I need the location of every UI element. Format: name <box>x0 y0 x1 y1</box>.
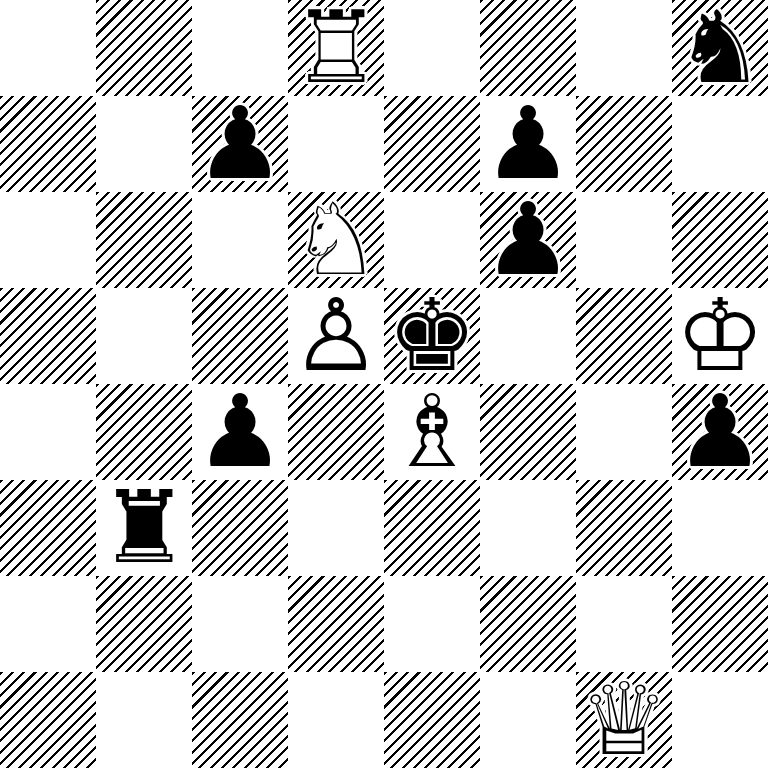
square-c2[interactable] <box>192 576 288 672</box>
square-f8[interactable] <box>480 0 576 96</box>
square-f2[interactable] <box>480 576 576 672</box>
square-h7[interactable] <box>672 96 768 192</box>
square-c3[interactable] <box>192 480 288 576</box>
square-g4[interactable] <box>576 384 672 480</box>
square-g3[interactable] <box>576 480 672 576</box>
square-g6[interactable] <box>576 192 672 288</box>
piece-black-pawn-c4[interactable]: ♟♟ <box>192 384 288 480</box>
square-h4[interactable]: ♟♟ <box>672 384 768 480</box>
piece-white-queen-g1[interactable]: ♛♕ <box>576 672 672 768</box>
square-e3[interactable] <box>384 480 480 576</box>
square-a5[interactable] <box>0 288 96 384</box>
piece-black-pawn-h4[interactable]: ♟♟ <box>672 384 768 480</box>
black-rook-glyph: ♜ <box>96 480 192 576</box>
square-a4[interactable] <box>0 384 96 480</box>
square-d4[interactable] <box>288 384 384 480</box>
square-a6[interactable] <box>0 192 96 288</box>
black-pawn-glyph: ♟ <box>480 96 576 192</box>
black-pawn-glyph: ♟ <box>672 384 768 480</box>
square-c8[interactable] <box>192 0 288 96</box>
square-g5[interactable] <box>576 288 672 384</box>
square-d8[interactable]: ♜♖ <box>288 0 384 96</box>
square-e2[interactable] <box>384 576 480 672</box>
piece-black-pawn-f6[interactable]: ♟♟ <box>480 192 576 288</box>
square-d3[interactable] <box>288 480 384 576</box>
square-e7[interactable] <box>384 96 480 192</box>
square-b1[interactable] <box>96 672 192 768</box>
square-h2[interactable] <box>672 576 768 672</box>
square-c7[interactable]: ♟♟ <box>192 96 288 192</box>
square-g7[interactable] <box>576 96 672 192</box>
square-b3[interactable]: ♜♜ <box>96 480 192 576</box>
square-f1[interactable] <box>480 672 576 768</box>
square-e8[interactable] <box>384 0 480 96</box>
square-b8[interactable] <box>96 0 192 96</box>
piece-white-rook-d8[interactable]: ♜♖ <box>288 0 384 96</box>
square-h5[interactable]: ♚♔ <box>672 288 768 384</box>
square-f4[interactable] <box>480 384 576 480</box>
white-king-glyph: ♔ <box>672 288 768 384</box>
square-f6[interactable]: ♟♟ <box>480 192 576 288</box>
white-queen-glyph: ♕ <box>576 672 672 768</box>
square-d5[interactable]: ♟♙ <box>288 288 384 384</box>
piece-black-pawn-c7[interactable]: ♟♟ <box>192 96 288 192</box>
square-g8[interactable] <box>576 0 672 96</box>
square-f5[interactable] <box>480 288 576 384</box>
square-g1[interactable]: ♛♕ <box>576 672 672 768</box>
piece-white-knight-d6[interactable]: ♞♘ <box>288 192 384 288</box>
white-pawn-glyph: ♙ <box>288 288 384 384</box>
square-h1[interactable] <box>672 672 768 768</box>
piece-white-pawn-d5[interactable]: ♟♙ <box>288 288 384 384</box>
square-d2[interactable] <box>288 576 384 672</box>
square-a1[interactable] <box>0 672 96 768</box>
square-b5[interactable] <box>96 288 192 384</box>
square-c4[interactable]: ♟♟ <box>192 384 288 480</box>
white-bishop-glyph: ♗ <box>384 384 480 480</box>
black-knight-glyph: ♞ <box>672 0 768 96</box>
piece-black-pawn-f7[interactable]: ♟♟ <box>480 96 576 192</box>
piece-black-knight-h8[interactable]: ♞♞ <box>672 0 768 96</box>
square-f7[interactable]: ♟♟ <box>480 96 576 192</box>
square-h6[interactable] <box>672 192 768 288</box>
piece-white-bishop-e4[interactable]: ♝♗ <box>384 384 480 480</box>
square-c6[interactable] <box>192 192 288 288</box>
square-h8[interactable]: ♞♞ <box>672 0 768 96</box>
square-h3[interactable] <box>672 480 768 576</box>
black-pawn-glyph: ♟ <box>192 96 288 192</box>
square-b7[interactable] <box>96 96 192 192</box>
square-a7[interactable] <box>0 96 96 192</box>
square-d1[interactable] <box>288 672 384 768</box>
square-a2[interactable] <box>0 576 96 672</box>
square-b2[interactable] <box>96 576 192 672</box>
white-rook-glyph: ♖ <box>288 0 384 96</box>
square-g2[interactable] <box>576 576 672 672</box>
piece-white-king-h5[interactable]: ♚♔ <box>672 288 768 384</box>
white-knight-glyph: ♘ <box>288 192 384 288</box>
square-e5[interactable]: ♚♚ <box>384 288 480 384</box>
square-f3[interactable] <box>480 480 576 576</box>
piece-black-rook-b3[interactable]: ♜♜ <box>96 480 192 576</box>
chess-board: ♜♖♞♞♟♟♟♟♞♘♟♟♟♙♚♚♚♔♟♟♝♗♟♟♜♜♛♕ <box>0 0 768 768</box>
square-c5[interactable] <box>192 288 288 384</box>
piece-black-king-e5[interactable]: ♚♚ <box>384 288 480 384</box>
square-e6[interactable] <box>384 192 480 288</box>
square-a3[interactable] <box>0 480 96 576</box>
square-b6[interactable] <box>96 192 192 288</box>
black-pawn-glyph: ♟ <box>480 192 576 288</box>
black-king-glyph: ♚ <box>384 288 480 384</box>
square-d6[interactable]: ♞♘ <box>288 192 384 288</box>
square-e1[interactable] <box>384 672 480 768</box>
square-b4[interactable] <box>96 384 192 480</box>
square-e4[interactable]: ♝♗ <box>384 384 480 480</box>
square-c1[interactable] <box>192 672 288 768</box>
black-pawn-glyph: ♟ <box>192 384 288 480</box>
square-a8[interactable] <box>0 0 96 96</box>
square-d7[interactable] <box>288 96 384 192</box>
